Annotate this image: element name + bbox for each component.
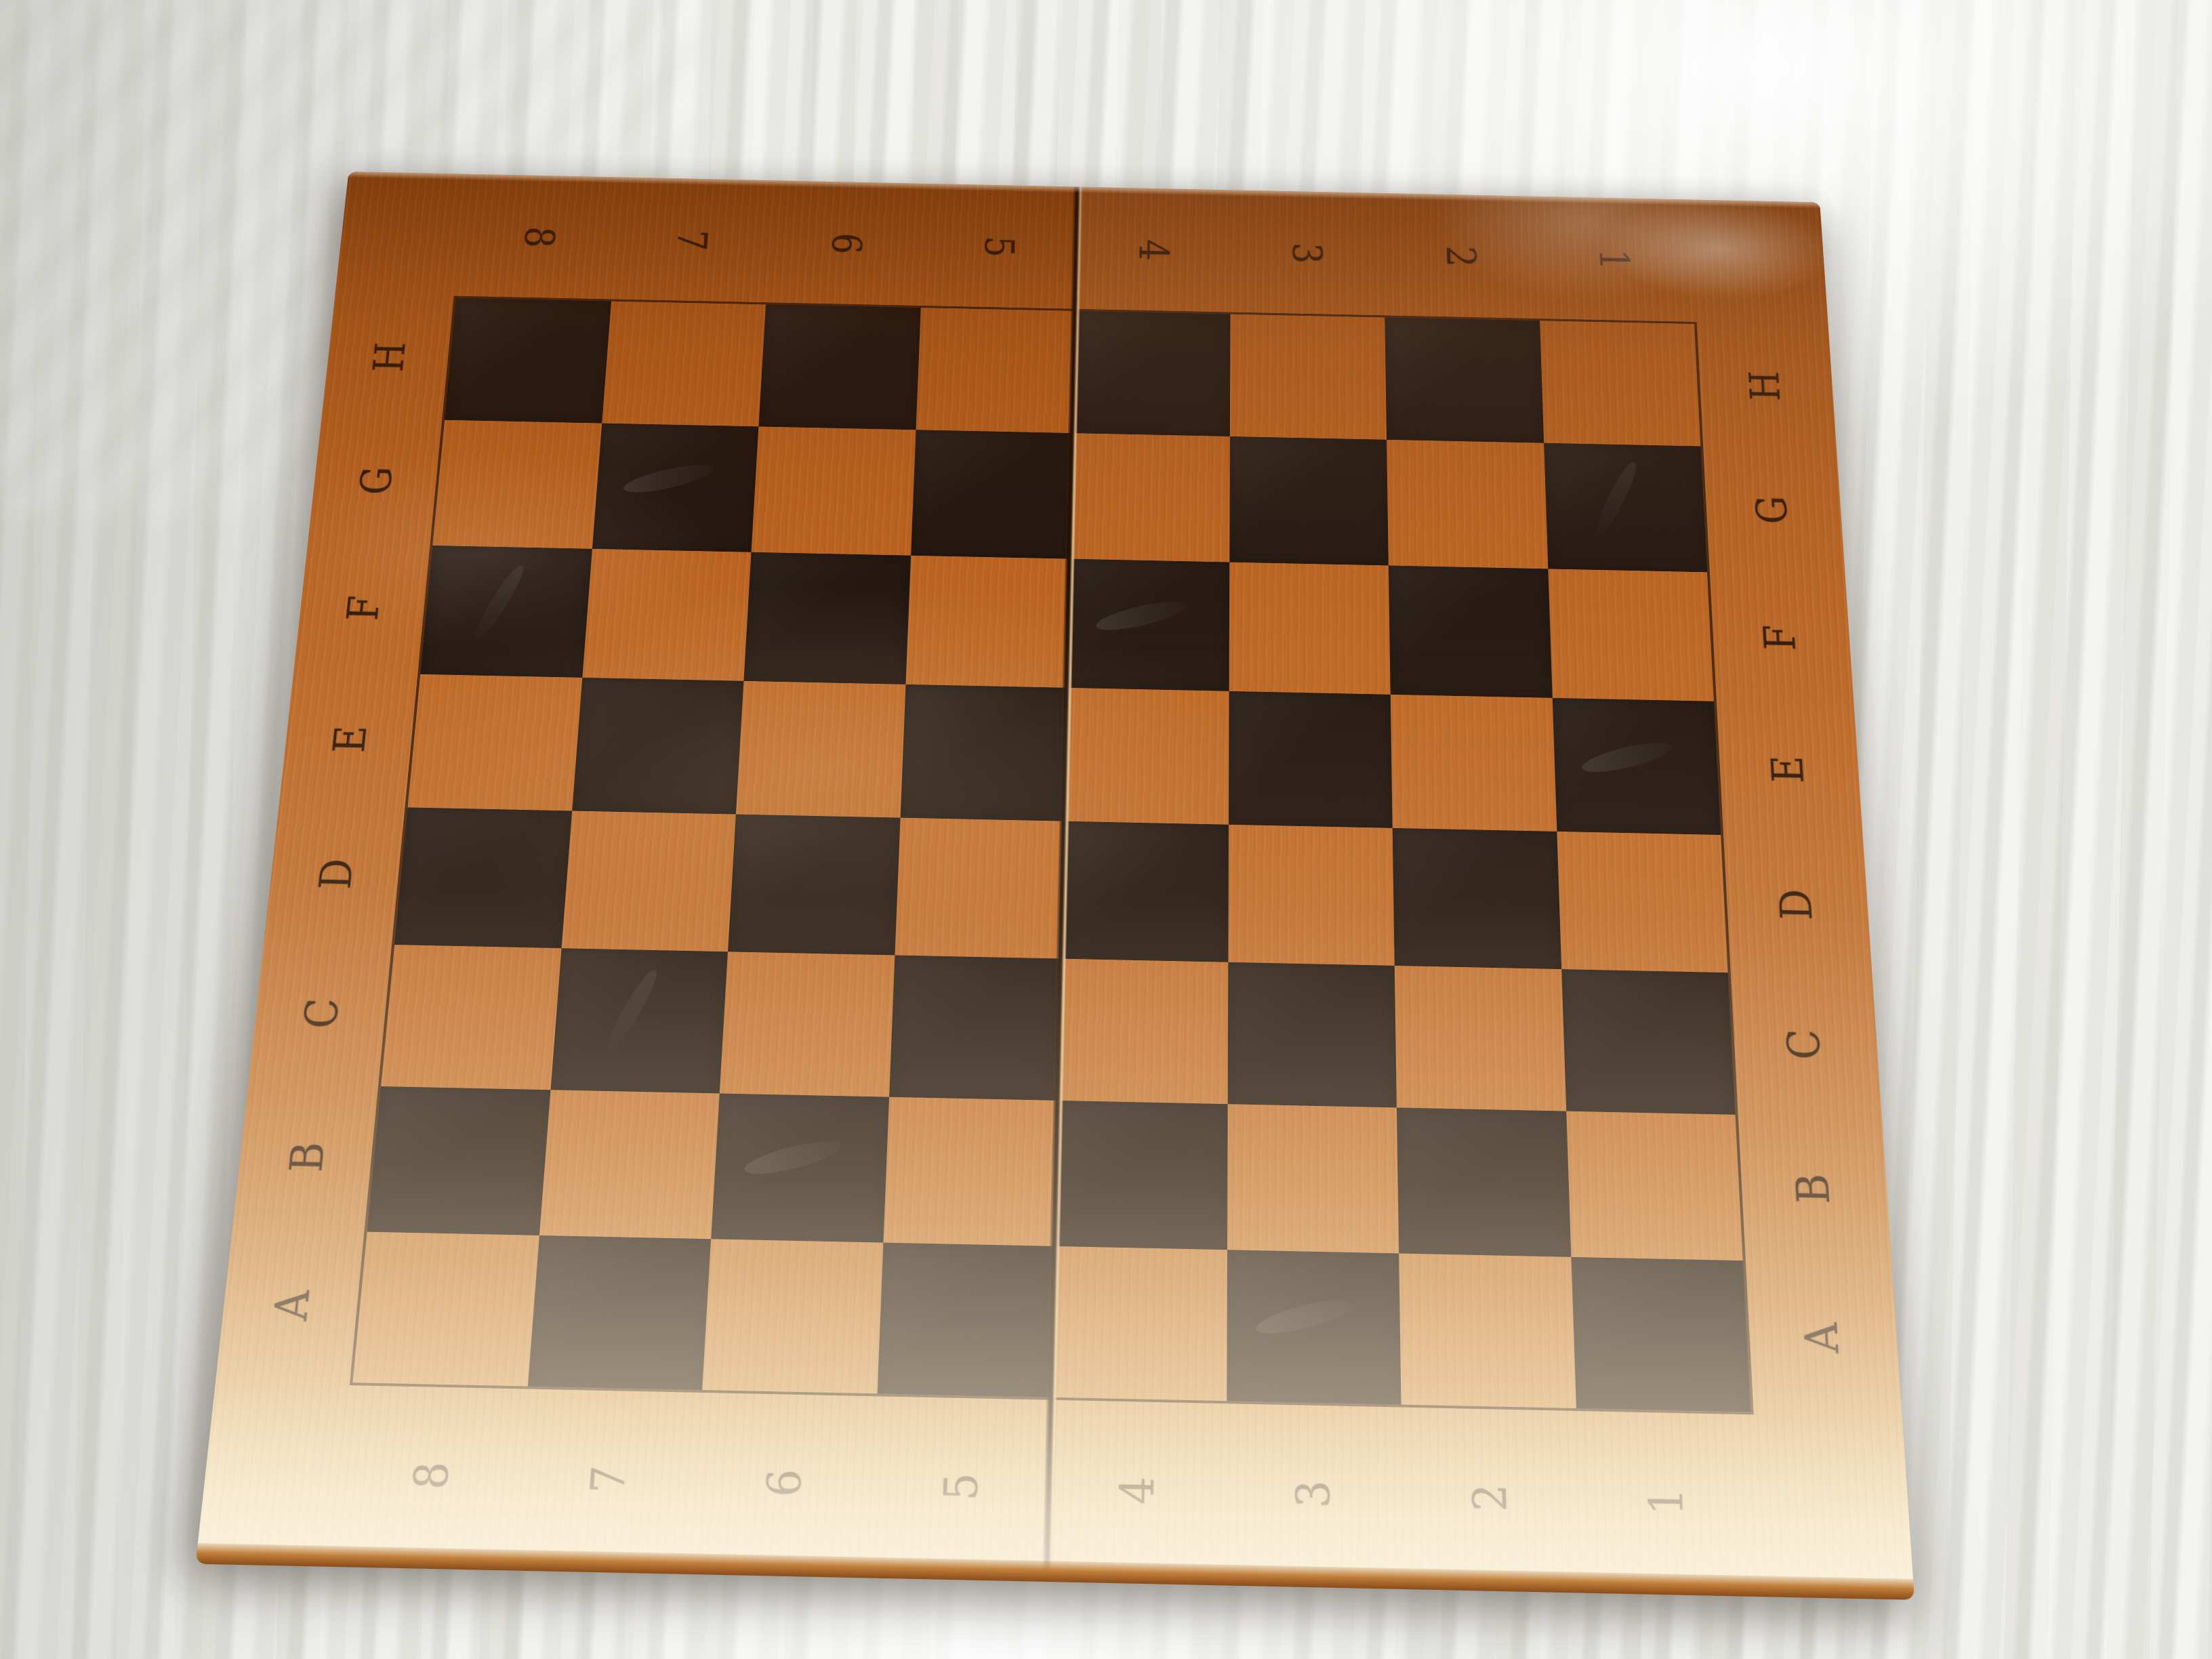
square-A4[interactable] xyxy=(1052,1246,1227,1401)
coord-label: 1 xyxy=(1593,249,1635,270)
coord-right-E: E xyxy=(1714,701,1863,838)
coord-top-4: 4 xyxy=(1076,186,1231,314)
square-A7[interactable] xyxy=(527,1235,711,1390)
coord-bottom-5: 5 xyxy=(869,1393,1052,1582)
coord-left-B: B xyxy=(232,1083,381,1231)
square-C5[interactable] xyxy=(889,955,1061,1100)
coord-bottom-3: 3 xyxy=(1226,1401,1404,1589)
square-H6[interactable] xyxy=(758,304,920,430)
square-A8[interactable] xyxy=(352,1232,539,1387)
coord-top-7: 7 xyxy=(611,177,773,304)
margin-corner xyxy=(335,171,468,298)
photo-scene: 87654321HHGGFFEEDDCCBBAA87654321 xyxy=(0,0,2212,1659)
square-D4[interactable] xyxy=(1061,821,1229,962)
coord-label: A xyxy=(1798,1322,1845,1353)
square-G2[interactable] xyxy=(1387,440,1548,569)
square-D3[interactable] xyxy=(1228,825,1395,966)
square-F8[interactable] xyxy=(420,546,592,678)
coord-label: 8 xyxy=(518,226,560,248)
square-D7[interactable] xyxy=(561,811,736,951)
square-C1[interactable] xyxy=(1561,969,1736,1115)
square-E7[interactable] xyxy=(572,678,744,814)
square-D1[interactable] xyxy=(1557,832,1728,972)
square-G1[interactable] xyxy=(1544,443,1707,571)
coord-left-A: A xyxy=(216,1229,367,1382)
coord-top-5: 5 xyxy=(920,184,1078,311)
coord-label: 5 xyxy=(979,236,1021,258)
square-E5[interactable] xyxy=(900,684,1067,821)
square-C7[interactable] xyxy=(550,948,728,1093)
square-E8[interactable] xyxy=(407,674,581,811)
coord-right-C: C xyxy=(1728,972,1882,1118)
square-F5[interactable] xyxy=(905,555,1070,688)
coord-label: G xyxy=(354,466,399,495)
coord-label: F xyxy=(341,595,386,621)
square-H1[interactable] xyxy=(1540,321,1701,446)
coord-right-F: F xyxy=(1707,572,1854,704)
square-G7[interactable] xyxy=(592,423,758,552)
coord-top-8: 8 xyxy=(456,174,620,302)
coord-label: 7 xyxy=(584,1465,632,1494)
coord-label: 5 xyxy=(938,1473,985,1501)
coord-bottom-2: 2 xyxy=(1401,1405,1582,1593)
coord-label: 3 xyxy=(1291,1480,1338,1509)
coord-label: F xyxy=(1758,625,1802,651)
coord-left-F: F xyxy=(293,543,432,674)
square-F3[interactable] xyxy=(1229,562,1391,695)
coord-right-H: H xyxy=(1694,324,1837,449)
coord-label: 2 xyxy=(1440,245,1481,267)
square-F7[interactable] xyxy=(582,548,752,681)
coord-label: B xyxy=(283,1141,331,1172)
coord-left-H: H xyxy=(322,295,457,419)
coord-label: 2 xyxy=(1467,1483,1515,1513)
coord-label: 3 xyxy=(1287,242,1328,264)
coord-top-2: 2 xyxy=(1383,193,1540,321)
square-A6[interactable] xyxy=(702,1239,883,1393)
coord-label: G xyxy=(1750,495,1794,525)
square-A1[interactable] xyxy=(1571,1257,1750,1412)
coord-label: 7 xyxy=(672,229,714,251)
square-H3[interactable] xyxy=(1229,314,1387,440)
coord-right-D: D xyxy=(1721,835,1872,975)
coord-right-A: A xyxy=(1743,1261,1902,1415)
square-A5[interactable] xyxy=(877,1243,1055,1397)
coord-label: E xyxy=(327,725,373,753)
coord-label: 1 xyxy=(1643,1487,1691,1516)
square-B4[interactable] xyxy=(1055,1100,1227,1250)
margin-corner xyxy=(1687,199,1828,327)
square-G3[interactable] xyxy=(1229,436,1389,565)
coord-label: B xyxy=(1790,1173,1837,1204)
coord-bottom-1: 1 xyxy=(1576,1408,1760,1597)
square-B1[interactable] xyxy=(1566,1111,1743,1261)
square-D6[interactable] xyxy=(728,815,900,956)
square-C4[interactable] xyxy=(1058,958,1227,1103)
square-E2[interactable] xyxy=(1391,695,1557,832)
square-D5[interactable] xyxy=(895,818,1064,959)
square-B2[interactable] xyxy=(1397,1107,1571,1257)
square-F6[interactable] xyxy=(743,552,910,684)
square-G4[interactable] xyxy=(1070,433,1230,562)
coord-label: 8 xyxy=(408,1461,457,1490)
coord-bottom-4: 4 xyxy=(1048,1397,1227,1586)
coord-label: H xyxy=(367,342,411,373)
coord-left-C: C xyxy=(248,942,394,1086)
square-H7[interactable] xyxy=(602,302,766,427)
coord-label: H xyxy=(1744,371,1786,401)
square-C2[interactable] xyxy=(1395,966,1566,1111)
square-A3[interactable] xyxy=(1227,1250,1401,1404)
margin-corner xyxy=(195,1380,352,1567)
square-C8[interactable] xyxy=(381,945,561,1090)
coord-top-1: 1 xyxy=(1536,197,1694,324)
coord-bottom-6: 6 xyxy=(691,1390,877,1578)
square-C3[interactable] xyxy=(1227,962,1397,1107)
square-B3[interactable] xyxy=(1227,1104,1399,1254)
square-B7[interactable] xyxy=(539,1090,719,1240)
coord-label: D xyxy=(313,858,360,890)
coord-label: 6 xyxy=(761,1469,809,1497)
square-F2[interactable] xyxy=(1389,565,1552,698)
square-H8[interactable] xyxy=(445,298,611,424)
coord-left-E: E xyxy=(279,672,421,807)
coord-left-D: D xyxy=(264,804,407,944)
chessboard: 87654321HHGGFFEEDDCCBBAA87654321 xyxy=(195,171,1914,1600)
square-E3[interactable] xyxy=(1228,691,1392,828)
coord-right-G: G xyxy=(1700,446,1845,575)
square-H2[interactable] xyxy=(1385,317,1543,443)
square-G5[interactable] xyxy=(911,430,1073,558)
coord-label: C xyxy=(298,998,346,1029)
square-B6[interactable] xyxy=(711,1093,888,1243)
square-E4[interactable] xyxy=(1064,688,1229,825)
coord-bottom-7: 7 xyxy=(513,1387,702,1574)
square-D2[interactable] xyxy=(1393,828,1561,969)
square-G8[interactable] xyxy=(432,419,601,548)
square-E6[interactable] xyxy=(736,681,905,818)
coord-top-3: 3 xyxy=(1230,190,1385,317)
coord-label: 4 xyxy=(1133,239,1174,261)
coord-label: E xyxy=(1765,755,1810,783)
coord-label: D xyxy=(1773,889,1818,921)
square-E1[interactable] xyxy=(1552,698,1721,835)
coord-label: C xyxy=(1781,1029,1827,1060)
square-C6[interactable] xyxy=(720,951,895,1097)
coord-bottom-8: 8 xyxy=(335,1382,527,1570)
square-G6[interactable] xyxy=(752,426,916,555)
square-F1[interactable] xyxy=(1548,569,1714,701)
coord-label: A xyxy=(268,1290,316,1321)
coord-label: 6 xyxy=(825,232,867,254)
square-H4[interactable] xyxy=(1073,311,1230,436)
chessboard-wrap: 87654321HHGGFFEEDDCCBBAA87654321 xyxy=(278,37,1864,1623)
square-D8[interactable] xyxy=(394,807,572,948)
square-H5[interactable] xyxy=(916,308,1076,433)
coord-top-6: 6 xyxy=(766,180,926,308)
square-A2[interactable] xyxy=(1399,1254,1576,1408)
coord-left-G: G xyxy=(308,417,445,546)
coord-label: 4 xyxy=(1114,1476,1161,1505)
margin-corner xyxy=(1750,1412,1914,1599)
square-B8[interactable] xyxy=(367,1086,550,1236)
square-B5[interactable] xyxy=(883,1097,1058,1246)
square-F4[interactable] xyxy=(1067,558,1229,691)
coord-right-B: B xyxy=(1735,1114,1891,1264)
